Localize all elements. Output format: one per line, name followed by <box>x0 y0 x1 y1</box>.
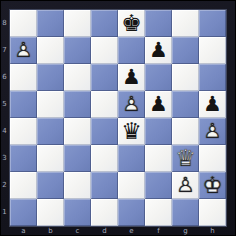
piece-black-queen[interactable]: ♛ <box>118 118 145 145</box>
square-c7[interactable] <box>64 37 91 64</box>
square-c8[interactable] <box>64 10 91 37</box>
square-h5[interactable]: ♟ <box>199 91 226 118</box>
piece-white-king[interactable]: ♚ <box>199 172 226 199</box>
square-a4[interactable] <box>10 118 37 145</box>
square-h1[interactable] <box>199 199 226 226</box>
piece-white-pawn[interactable]: ♟ <box>10 37 37 64</box>
square-c1[interactable] <box>64 199 91 226</box>
square-b6[interactable] <box>37 64 64 91</box>
square-d8[interactable] <box>91 10 118 37</box>
square-a2[interactable] <box>10 172 37 199</box>
square-f1[interactable] <box>145 199 172 226</box>
square-b7[interactable] <box>37 37 64 64</box>
piece-white-queen[interactable]: ♛ <box>172 145 199 172</box>
square-e2[interactable] <box>118 172 145 199</box>
square-f6[interactable] <box>145 64 172 91</box>
square-d2[interactable] <box>91 172 118 199</box>
square-e5[interactable]: ♟ <box>118 91 145 118</box>
square-e3[interactable] <box>118 145 145 172</box>
square-h4[interactable]: ♟ <box>199 118 226 145</box>
square-c6[interactable] <box>64 64 91 91</box>
square-c3[interactable] <box>64 145 91 172</box>
square-d1[interactable] <box>91 199 118 226</box>
square-a6[interactable] <box>10 64 37 91</box>
square-d4[interactable] <box>91 118 118 145</box>
square-g6[interactable] <box>172 64 199 91</box>
square-g5[interactable] <box>172 91 199 118</box>
square-f4[interactable] <box>145 118 172 145</box>
piece-white-pawn[interactable]: ♟ <box>172 172 199 199</box>
piece-white-pawn[interactable]: ♟ <box>199 118 226 145</box>
square-h2[interactable]: ♚ <box>199 172 226 199</box>
square-b8[interactable] <box>37 10 64 37</box>
square-b3[interactable] <box>37 145 64 172</box>
square-g1[interactable] <box>172 199 199 226</box>
square-g4[interactable] <box>172 118 199 145</box>
square-h6[interactable] <box>199 64 226 91</box>
square-g2[interactable]: ♟ <box>172 172 199 199</box>
square-e1[interactable] <box>118 199 145 226</box>
square-d3[interactable] <box>91 145 118 172</box>
square-h7[interactable] <box>199 37 226 64</box>
square-e4[interactable]: ♛ <box>118 118 145 145</box>
square-h8[interactable] <box>199 10 226 37</box>
square-b2[interactable] <box>37 172 64 199</box>
square-e8[interactable]: ♚ <box>118 10 145 37</box>
piece-black-king[interactable]: ♚ <box>118 10 145 37</box>
square-f8[interactable] <box>145 10 172 37</box>
square-a5[interactable] <box>10 91 37 118</box>
square-a1[interactable] <box>10 199 37 226</box>
square-d7[interactable] <box>91 37 118 64</box>
square-e7[interactable] <box>118 37 145 64</box>
square-c5[interactable] <box>64 91 91 118</box>
square-d6[interactable] <box>91 64 118 91</box>
square-f5[interactable]: ♟ <box>145 91 172 118</box>
square-c4[interactable] <box>64 118 91 145</box>
square-f3[interactable] <box>145 145 172 172</box>
square-g3[interactable]: ♛ <box>172 145 199 172</box>
square-a7[interactable]: ♟ <box>10 37 37 64</box>
chessboard-window: ♚♟♟♟♟♟♟♛♟♛♟♚ 87654321abcdefgh <box>0 0 236 236</box>
square-c2[interactable] <box>64 172 91 199</box>
square-b4[interactable] <box>37 118 64 145</box>
piece-white-pawn[interactable]: ♟ <box>118 91 145 118</box>
square-g7[interactable] <box>172 37 199 64</box>
square-a3[interactable] <box>10 145 37 172</box>
square-f2[interactable] <box>145 172 172 199</box>
square-g8[interactable] <box>172 10 199 37</box>
square-f7[interactable]: ♟ <box>145 37 172 64</box>
square-d5[interactable] <box>91 91 118 118</box>
piece-black-pawn[interactable]: ♟ <box>145 37 172 64</box>
square-a8[interactable] <box>10 10 37 37</box>
square-e6[interactable]: ♟ <box>118 64 145 91</box>
piece-black-pawn[interactable]: ♟ <box>118 64 145 91</box>
chess-board: ♚♟♟♟♟♟♟♛♟♛♟♚ <box>10 10 226 226</box>
square-h3[interactable] <box>199 145 226 172</box>
square-b5[interactable] <box>37 91 64 118</box>
piece-black-pawn[interactable]: ♟ <box>199 91 226 118</box>
piece-black-pawn[interactable]: ♟ <box>145 91 172 118</box>
square-b1[interactable] <box>37 199 64 226</box>
